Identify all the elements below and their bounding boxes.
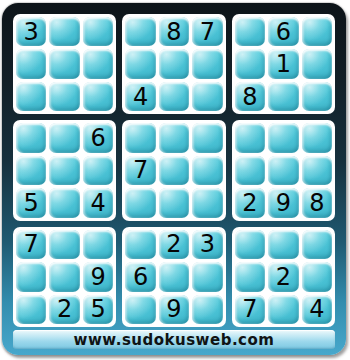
cell-r2c7[interactable] xyxy=(235,49,265,78)
cell-r8c8: 2 xyxy=(268,262,298,291)
cell-r1c8: 6 xyxy=(268,17,298,46)
cell-r7c4[interactable] xyxy=(125,230,155,259)
cell-r5c7[interactable] xyxy=(235,156,265,185)
footer-link[interactable]: www.sudokusweb.com xyxy=(74,331,275,349)
cell-r6c1: 5 xyxy=(16,188,46,217)
cell-r8c5[interactable] xyxy=(159,262,189,291)
cell-r3c4: 4 xyxy=(125,82,155,111)
cell-r5c5[interactable] xyxy=(159,156,189,185)
cell-r6c5[interactable] xyxy=(159,188,189,217)
block-top-right: 618 xyxy=(232,14,335,114)
cell-r4c9[interactable] xyxy=(302,123,332,152)
cell-r9c3: 5 xyxy=(83,295,113,324)
footer-bar: www.sudokusweb.com xyxy=(13,330,335,349)
cell-r3c7: 8 xyxy=(235,82,265,111)
cell-r9c9: 4 xyxy=(302,295,332,324)
cell-r1c9[interactable] xyxy=(302,17,332,46)
cell-r8c4: 6 xyxy=(125,262,155,291)
cell-r4c7[interactable] xyxy=(235,123,265,152)
cell-r5c3[interactable] xyxy=(83,156,113,185)
cell-r4c5[interactable] xyxy=(159,123,189,152)
cell-r9c1[interactable] xyxy=(16,295,46,324)
cell-r5c2[interactable] xyxy=(49,156,79,185)
block-top-left: 3 xyxy=(13,14,116,114)
cell-r7c5: 2 xyxy=(159,230,189,259)
cell-r8c1[interactable] xyxy=(16,262,46,291)
cell-r1c2[interactable] xyxy=(49,17,79,46)
cell-r9c6[interactable] xyxy=(192,295,222,324)
cell-r9c4[interactable] xyxy=(125,295,155,324)
cell-r9c2: 2 xyxy=(49,295,79,324)
cell-r2c3[interactable] xyxy=(83,49,113,78)
block-bottom-right: 274 xyxy=(232,227,335,327)
cell-r8c9[interactable] xyxy=(302,262,332,291)
cell-r6c7: 2 xyxy=(235,188,265,217)
cell-r3c2[interactable] xyxy=(49,82,79,111)
block-bottom-middle: 2369 xyxy=(122,227,225,327)
cell-r1c7[interactable] xyxy=(235,17,265,46)
cell-r3c9[interactable] xyxy=(302,82,332,111)
cell-r8c3: 9 xyxy=(83,262,113,291)
cell-r2c2[interactable] xyxy=(49,49,79,78)
cell-r5c6[interactable] xyxy=(192,156,222,185)
cell-r8c6[interactable] xyxy=(192,262,222,291)
cell-r1c5: 8 xyxy=(159,17,189,46)
cell-r4c8[interactable] xyxy=(268,123,298,152)
cell-r4c2[interactable] xyxy=(49,123,79,152)
cell-r3c3[interactable] xyxy=(83,82,113,111)
cell-r3c1[interactable] xyxy=(16,82,46,111)
cell-r2c1[interactable] xyxy=(16,49,46,78)
cell-r3c8[interactable] xyxy=(268,82,298,111)
cell-r2c6[interactable] xyxy=(192,49,222,78)
cell-r7c6: 3 xyxy=(192,230,222,259)
cell-r8c7[interactable] xyxy=(235,262,265,291)
cell-r3c6[interactable] xyxy=(192,82,222,111)
cell-r9c5: 9 xyxy=(159,295,189,324)
cell-r6c6[interactable] xyxy=(192,188,222,217)
cell-r9c7: 7 xyxy=(235,295,265,324)
cell-r5c8[interactable] xyxy=(268,156,298,185)
cell-r1c6: 7 xyxy=(192,17,222,46)
cell-r2c4[interactable] xyxy=(125,49,155,78)
cell-r4c6[interactable] xyxy=(192,123,222,152)
cell-r7c3[interactable] xyxy=(83,230,113,259)
cell-r4c4[interactable] xyxy=(125,123,155,152)
cell-r6c2[interactable] xyxy=(49,188,79,217)
cell-r1c4[interactable] xyxy=(125,17,155,46)
cell-r2c5[interactable] xyxy=(159,49,189,78)
block-middle-left: 654 xyxy=(13,120,116,220)
sudoku-board: 3 874 618 654 7 298 7925 2369 274 www.su… xyxy=(2,3,346,355)
cell-r3c5[interactable] xyxy=(159,82,189,111)
block-bottom-left: 7925 xyxy=(13,227,116,327)
cell-r7c1: 7 xyxy=(16,230,46,259)
cell-r9c8[interactable] xyxy=(268,295,298,324)
cell-r1c3[interactable] xyxy=(83,17,113,46)
page: 3 874 618 654 7 298 7925 2369 274 www.su… xyxy=(0,0,350,360)
cell-r4c3: 6 xyxy=(83,123,113,152)
block-top-middle: 874 xyxy=(122,14,225,114)
cell-r5c4: 7 xyxy=(125,156,155,185)
cell-r6c9: 8 xyxy=(302,188,332,217)
cell-r5c1[interactable] xyxy=(16,156,46,185)
cell-r2c9[interactable] xyxy=(302,49,332,78)
block-middle-right: 298 xyxy=(232,120,335,220)
cell-r6c3: 4 xyxy=(83,188,113,217)
cell-r7c2[interactable] xyxy=(49,230,79,259)
cell-r7c7[interactable] xyxy=(235,230,265,259)
cell-r8c2[interactable] xyxy=(49,262,79,291)
cell-r4c1[interactable] xyxy=(16,123,46,152)
cell-r7c8[interactable] xyxy=(268,230,298,259)
cell-r6c4[interactable] xyxy=(125,188,155,217)
cell-r6c8: 9 xyxy=(268,188,298,217)
block-middle-middle: 7 xyxy=(122,120,225,220)
cell-r5c9[interactable] xyxy=(302,156,332,185)
blocks-grid: 3 874 618 654 7 298 7925 2369 274 xyxy=(13,14,335,327)
cell-r7c9[interactable] xyxy=(302,230,332,259)
cell-r1c1: 3 xyxy=(16,17,46,46)
cell-r2c8: 1 xyxy=(268,49,298,78)
